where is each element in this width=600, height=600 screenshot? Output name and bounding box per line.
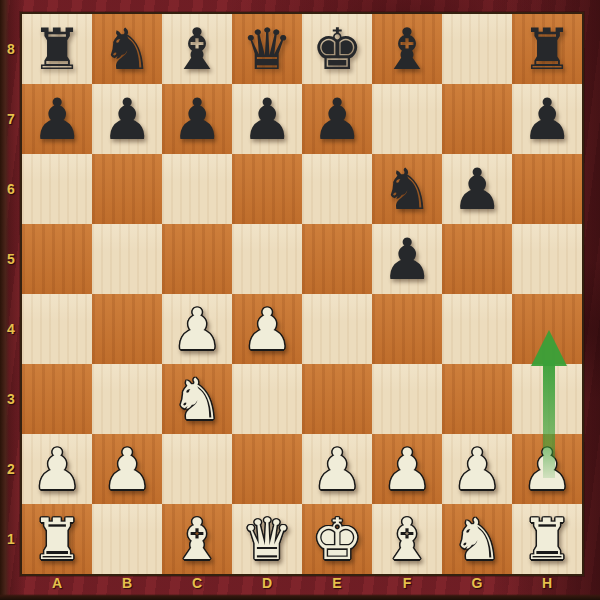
square-a2[interactable]: ♟ <box>22 434 92 504</box>
piece-black-rook[interactable]: ♜ <box>31 14 82 84</box>
piece-white-knight[interactable]: ♞ <box>171 364 222 434</box>
piece-black-pawn[interactable]: ♟ <box>521 84 572 154</box>
square-a1[interactable]: ♜ <box>22 504 92 574</box>
board-grid: ♜♞♝♛♚♝♜♟♟♟♟♟♟♞♟♟♟♟♞♟♟♟♟♟♟♜♝♛♚♝♞♜ <box>22 14 582 574</box>
square-g1[interactable]: ♞ <box>442 504 512 574</box>
square-e4[interactable] <box>302 294 372 364</box>
rank-label-3: 3 <box>0 364 22 434</box>
rank-label-2: 2 <box>0 434 22 504</box>
chess-board-widget: 87654321 ABCDEFGH ♜♞♝♛♚♝♜♟♟♟♟♟♟♞♟♟♟♟♞♟♟♟… <box>0 0 600 600</box>
square-f8[interactable]: ♝ <box>372 14 442 84</box>
piece-white-rook[interactable]: ♜ <box>521 504 572 574</box>
piece-black-pawn[interactable]: ♟ <box>451 154 502 224</box>
square-h6[interactable] <box>512 154 582 224</box>
piece-white-pawn[interactable]: ♟ <box>31 434 82 504</box>
square-c8[interactable]: ♝ <box>162 14 232 84</box>
square-b3[interactable] <box>92 364 162 434</box>
square-h5[interactable] <box>512 224 582 294</box>
square-g6[interactable]: ♟ <box>442 154 512 224</box>
piece-white-pawn[interactable]: ♟ <box>171 294 222 364</box>
square-g3[interactable] <box>442 364 512 434</box>
square-h2[interactable]: ♟ <box>512 434 582 504</box>
piece-black-knight[interactable]: ♞ <box>381 154 432 224</box>
piece-black-rook[interactable]: ♜ <box>521 14 572 84</box>
square-e2[interactable]: ♟ <box>302 434 372 504</box>
piece-white-queen[interactable]: ♛ <box>241 504 292 574</box>
square-d5[interactable] <box>232 224 302 294</box>
square-g5[interactable] <box>442 224 512 294</box>
square-g2[interactable]: ♟ <box>442 434 512 504</box>
square-b2[interactable]: ♟ <box>92 434 162 504</box>
square-b7[interactable]: ♟ <box>92 84 162 154</box>
piece-white-pawn[interactable]: ♟ <box>381 434 432 504</box>
file-labels: ABCDEFGH <box>22 573 582 594</box>
square-c2[interactable] <box>162 434 232 504</box>
file-label-c: C <box>162 573 232 594</box>
piece-white-rook[interactable]: ♜ <box>31 504 82 574</box>
square-c4[interactable]: ♟ <box>162 294 232 364</box>
rank-label-4: 4 <box>0 294 22 364</box>
piece-black-queen[interactable]: ♛ <box>241 14 292 84</box>
square-f3[interactable] <box>372 364 442 434</box>
square-d2[interactable] <box>232 434 302 504</box>
square-b5[interactable] <box>92 224 162 294</box>
square-d8[interactable]: ♛ <box>232 14 302 84</box>
file-label-h: H <box>512 573 582 594</box>
square-d3[interactable] <box>232 364 302 434</box>
square-b1[interactable] <box>92 504 162 574</box>
square-e3[interactable] <box>302 364 372 434</box>
square-f7[interactable] <box>372 84 442 154</box>
file-label-b: B <box>92 573 162 594</box>
square-f1[interactable]: ♝ <box>372 504 442 574</box>
rank-labels: 87654321 <box>0 14 22 574</box>
file-label-g: G <box>442 573 512 594</box>
rank-label-7: 7 <box>0 84 22 154</box>
square-c5[interactable] <box>162 224 232 294</box>
piece-white-king[interactable]: ♚ <box>311 504 362 574</box>
piece-black-pawn[interactable]: ♟ <box>101 84 152 154</box>
piece-white-pawn[interactable]: ♟ <box>241 294 292 364</box>
piece-black-pawn[interactable]: ♟ <box>31 84 82 154</box>
piece-white-pawn[interactable]: ♟ <box>101 434 152 504</box>
piece-white-pawn[interactable]: ♟ <box>451 434 502 504</box>
square-e7[interactable]: ♟ <box>302 84 372 154</box>
square-d4[interactable]: ♟ <box>232 294 302 364</box>
square-h3[interactable] <box>512 364 582 434</box>
piece-black-pawn[interactable]: ♟ <box>171 84 222 154</box>
square-h7[interactable]: ♟ <box>512 84 582 154</box>
frame-bottom-edge <box>0 594 600 600</box>
piece-black-knight[interactable]: ♞ <box>101 14 152 84</box>
square-c3[interactable]: ♞ <box>162 364 232 434</box>
square-e1[interactable]: ♚ <box>302 504 372 574</box>
square-f4[interactable] <box>372 294 442 364</box>
square-a7[interactable]: ♟ <box>22 84 92 154</box>
square-g7[interactable] <box>442 84 512 154</box>
square-g8[interactable] <box>442 14 512 84</box>
square-a8[interactable]: ♜ <box>22 14 92 84</box>
file-label-e: E <box>302 573 372 594</box>
square-a5[interactable] <box>22 224 92 294</box>
piece-black-pawn[interactable]: ♟ <box>241 84 292 154</box>
square-f2[interactable]: ♟ <box>372 434 442 504</box>
rank-label-8: 8 <box>0 14 22 84</box>
piece-black-king[interactable]: ♚ <box>311 14 362 84</box>
piece-black-pawn[interactable]: ♟ <box>381 224 432 294</box>
square-b6[interactable] <box>92 154 162 224</box>
square-c1[interactable]: ♝ <box>162 504 232 574</box>
square-a3[interactable] <box>22 364 92 434</box>
square-f5[interactable]: ♟ <box>372 224 442 294</box>
square-b4[interactable] <box>92 294 162 364</box>
file-label-f: F <box>372 573 442 594</box>
square-e6[interactable] <box>302 154 372 224</box>
square-c7[interactable]: ♟ <box>162 84 232 154</box>
piece-white-knight[interactable]: ♞ <box>451 504 502 574</box>
square-a4[interactable] <box>22 294 92 364</box>
square-c6[interactable] <box>162 154 232 224</box>
piece-white-bishop[interactable]: ♝ <box>171 504 222 574</box>
square-f6[interactable]: ♞ <box>372 154 442 224</box>
piece-black-bishop[interactable]: ♝ <box>381 14 432 84</box>
square-b8[interactable]: ♞ <box>92 14 162 84</box>
square-e8[interactable]: ♚ <box>302 14 372 84</box>
square-g4[interactable] <box>442 294 512 364</box>
square-h1[interactable]: ♜ <box>512 504 582 574</box>
piece-black-pawn[interactable]: ♟ <box>311 84 362 154</box>
piece-white-bishop[interactable]: ♝ <box>381 504 432 574</box>
rank-label-5: 5 <box>0 224 22 294</box>
square-d6[interactable] <box>232 154 302 224</box>
square-a6[interactable] <box>22 154 92 224</box>
rank-label-6: 6 <box>0 154 22 224</box>
square-e5[interactable] <box>302 224 372 294</box>
square-d7[interactable]: ♟ <box>232 84 302 154</box>
square-d1[interactable]: ♛ <box>232 504 302 574</box>
piece-white-pawn[interactable]: ♟ <box>521 434 572 504</box>
rank-label-1: 1 <box>0 504 22 574</box>
square-h8[interactable]: ♜ <box>512 14 582 84</box>
square-h4[interactable] <box>512 294 582 364</box>
file-label-a: A <box>22 573 92 594</box>
file-label-d: D <box>232 573 302 594</box>
piece-white-pawn[interactable]: ♟ <box>311 434 362 504</box>
piece-black-bishop[interactable]: ♝ <box>171 14 222 84</box>
